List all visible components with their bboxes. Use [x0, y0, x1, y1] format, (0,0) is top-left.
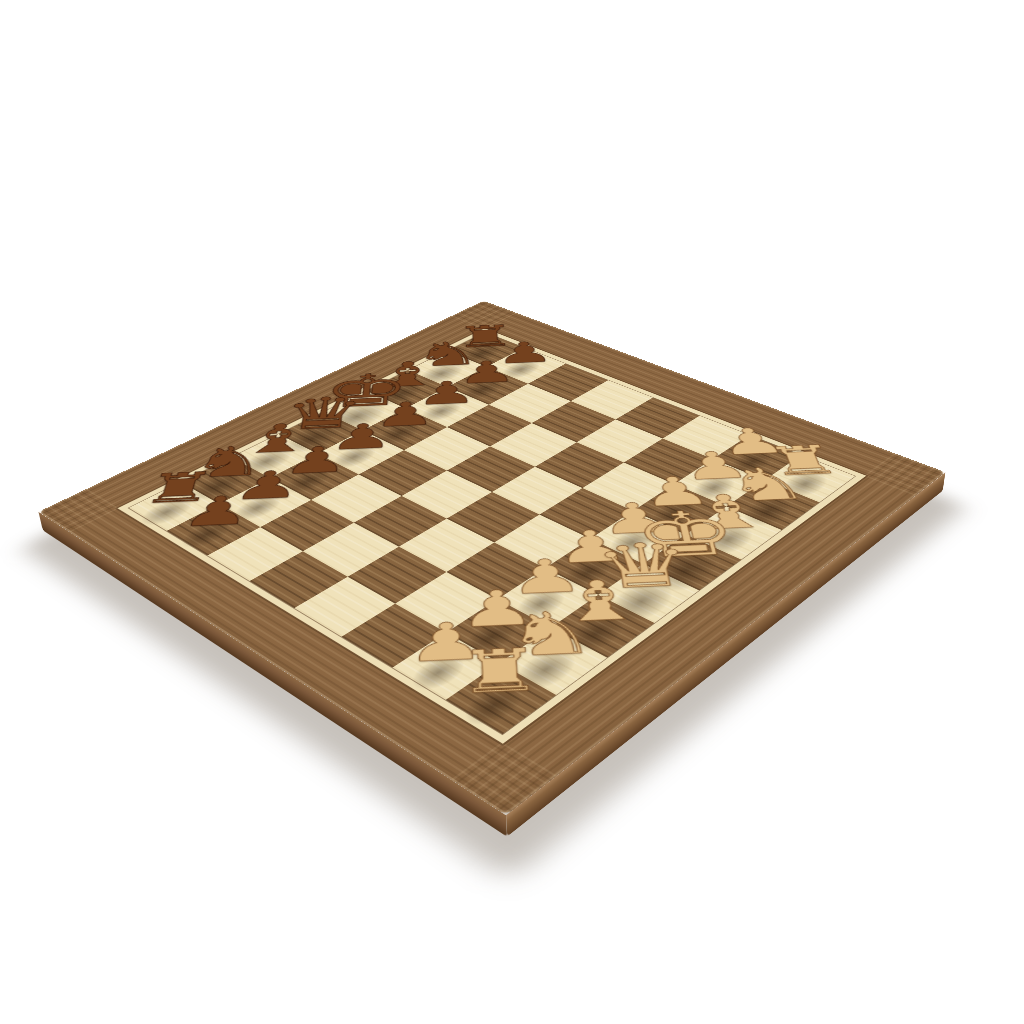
square-a3[interactable]	[342, 604, 446, 668]
square-b2[interactable]	[446, 599, 550, 662]
square-c1[interactable]	[550, 595, 654, 658]
square-b3[interactable]	[396, 572, 497, 632]
square-a1[interactable]	[446, 663, 557, 735]
chess-board: ♜♞♟♝♟♚♟♛♟♝♟♞♟♟♜♟♟♜♟♟♞♟♝♟♚♟♛♟♝♟♞♜	[38, 301, 945, 816]
square-a2[interactable]	[392, 632, 499, 699]
square-b4[interactable]	[348, 547, 446, 604]
square-b5[interactable]	[303, 523, 399, 577]
square-c2[interactable]	[497, 568, 598, 628]
square-c4[interactable]	[399, 519, 495, 573]
